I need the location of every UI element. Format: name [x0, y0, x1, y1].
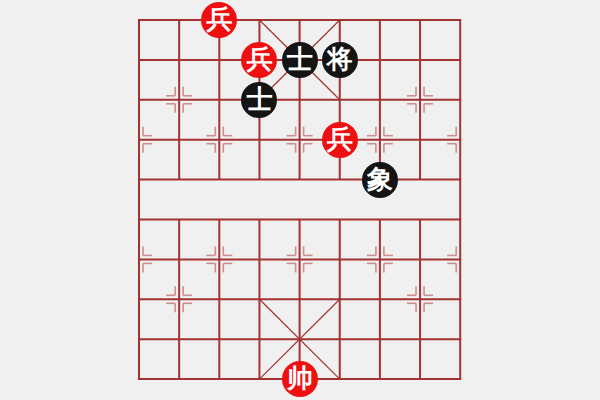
- piece-black-general[interactable]: 将: [322, 42, 358, 78]
- piece-red-pawn-2[interactable]: 兵: [241, 42, 277, 78]
- piece-red-general[interactable]: 帅: [282, 361, 318, 397]
- xiangqi-board[interactable]: 兵兵士将士兵象帅: [119, 0, 480, 399]
- piece-black-elephant[interactable]: 象: [362, 162, 398, 198]
- piece-red-pawn-3[interactable]: 兵: [322, 122, 358, 158]
- piece-black-advisor-1[interactable]: 士: [282, 42, 318, 78]
- xiangqi-diagram: 兵兵士将士兵象帅: [0, 0, 600, 400]
- piece-red-pawn-1[interactable]: 兵: [201, 2, 237, 38]
- piece-black-advisor-2[interactable]: 士: [241, 82, 277, 118]
